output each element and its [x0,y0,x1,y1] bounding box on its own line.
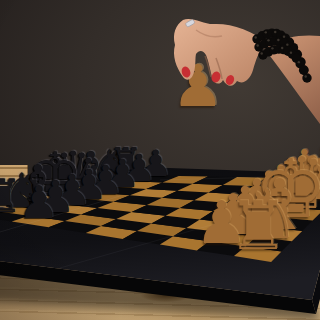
chess-board [0,0,320,320]
board-geometry [0,166,320,320]
held-white-pawn: ♟ [172,57,224,115]
photo-scene: ♜♟♟♞♜♟♝♟♟♞♛♟♚♟♟♝♝♟♞♟♛♟♜♟♟♚♟♝♟♞♟♜ ♟ [0,0,320,320]
